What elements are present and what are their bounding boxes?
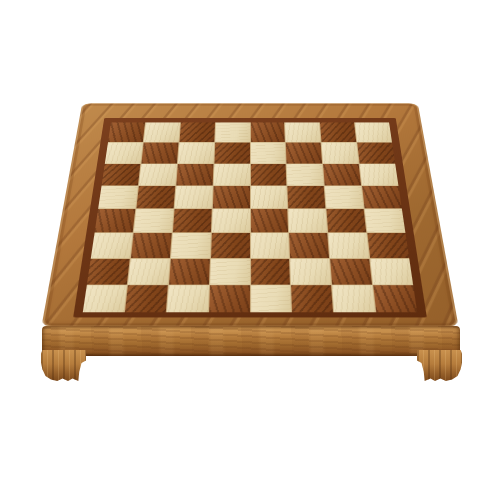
square-r6c4 bbox=[211, 233, 250, 258]
square-r6c5 bbox=[251, 233, 290, 258]
square-r2c3 bbox=[178, 143, 214, 164]
square-r4c3 bbox=[174, 186, 212, 208]
square-r2c5 bbox=[250, 143, 285, 164]
chessboard bbox=[41, 103, 458, 327]
square-r3c6 bbox=[287, 164, 324, 185]
square-r3c7 bbox=[323, 164, 361, 185]
square-r3c5 bbox=[250, 164, 286, 185]
square-r6c7 bbox=[329, 233, 370, 258]
square-r5c2 bbox=[134, 209, 174, 233]
square-r4c5 bbox=[250, 186, 287, 208]
square-r8c1 bbox=[83, 285, 127, 312]
square-r8c2 bbox=[125, 285, 168, 312]
square-r3c4 bbox=[213, 164, 249, 185]
square-r8c4 bbox=[209, 285, 250, 312]
square-r4c4 bbox=[212, 186, 249, 208]
square-r4c6 bbox=[288, 186, 326, 208]
product-photo-canvas bbox=[0, 0, 500, 500]
square-r1c1 bbox=[108, 122, 145, 142]
square-r3c3 bbox=[176, 164, 213, 185]
square-r1c2 bbox=[144, 122, 180, 142]
playing-field bbox=[83, 122, 417, 312]
square-r7c2 bbox=[128, 259, 170, 285]
square-r4c1 bbox=[98, 186, 138, 208]
square-r7c7 bbox=[330, 259, 372, 285]
square-r7c5 bbox=[251, 259, 291, 285]
square-r2c8 bbox=[357, 143, 395, 164]
square-r6c8 bbox=[368, 233, 410, 258]
square-r5c3 bbox=[173, 209, 212, 233]
square-r3c8 bbox=[360, 164, 399, 185]
square-r7c1 bbox=[87, 259, 130, 285]
square-r5c4 bbox=[212, 209, 250, 233]
square-r4c2 bbox=[136, 186, 175, 208]
square-r8c7 bbox=[332, 285, 375, 312]
square-r3c2 bbox=[139, 164, 177, 185]
square-r5c5 bbox=[251, 209, 289, 233]
square-r7c8 bbox=[370, 259, 413, 285]
square-r1c8 bbox=[355, 122, 392, 142]
square-r8c8 bbox=[373, 285, 417, 312]
square-r7c4 bbox=[210, 259, 250, 285]
square-r5c6 bbox=[289, 209, 328, 233]
square-r5c1 bbox=[95, 209, 136, 233]
square-r6c1 bbox=[91, 233, 133, 258]
square-r1c6 bbox=[285, 122, 320, 142]
square-r2c2 bbox=[141, 143, 178, 164]
square-r6c6 bbox=[290, 233, 330, 258]
board-foot-right bbox=[417, 350, 462, 381]
square-r7c3 bbox=[169, 259, 210, 285]
square-r4c7 bbox=[325, 186, 364, 208]
square-r6c2 bbox=[131, 233, 172, 258]
square-r5c7 bbox=[327, 209, 367, 233]
square-r1c4 bbox=[215, 122, 250, 142]
square-r3c1 bbox=[102, 164, 141, 185]
square-r7c6 bbox=[290, 259, 331, 285]
square-r1c3 bbox=[179, 122, 214, 142]
board-apron bbox=[42, 326, 460, 356]
square-r6c3 bbox=[171, 233, 211, 258]
square-r2c7 bbox=[322, 143, 359, 164]
square-r8c3 bbox=[167, 285, 209, 312]
square-r2c1 bbox=[105, 143, 143, 164]
square-r8c6 bbox=[291, 285, 333, 312]
square-r1c5 bbox=[250, 122, 285, 142]
square-r4c8 bbox=[362, 186, 402, 208]
square-r1c7 bbox=[320, 122, 356, 142]
square-r2c6 bbox=[286, 143, 322, 164]
square-r8c5 bbox=[251, 285, 292, 312]
square-r5c8 bbox=[365, 209, 406, 233]
square-r2c4 bbox=[214, 143, 249, 164]
board-foot-left bbox=[41, 350, 86, 381]
